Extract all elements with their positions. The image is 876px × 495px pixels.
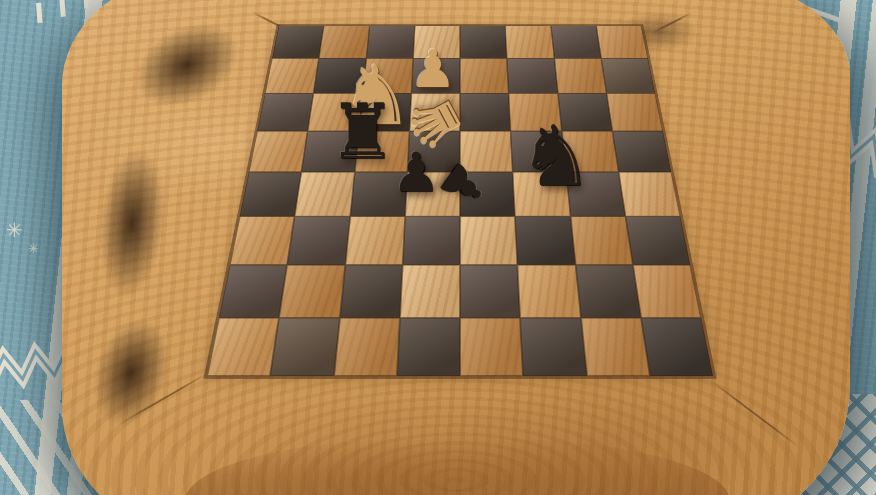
square-g7[interactable] xyxy=(554,58,606,93)
square-h5[interactable] xyxy=(612,131,671,172)
square-a4[interactable] xyxy=(240,172,302,216)
square-e8[interactable] xyxy=(460,26,507,59)
square-b2[interactable] xyxy=(279,265,345,318)
square-f1[interactable] xyxy=(520,318,586,376)
square-e2[interactable] xyxy=(460,265,520,318)
square-d3[interactable] xyxy=(402,216,460,264)
square-d2[interactable] xyxy=(400,265,460,318)
square-h4[interactable] xyxy=(618,172,680,216)
square-c2[interactable] xyxy=(339,265,402,318)
rug-star-motif: ✳ xyxy=(28,242,39,255)
square-h8[interactable] xyxy=(596,26,648,59)
square-a3[interactable] xyxy=(230,216,295,264)
square-b1[interactable] xyxy=(270,318,339,376)
square-g8[interactable] xyxy=(551,26,601,59)
piece-black-pawn[interactable]: ♟ xyxy=(392,146,440,200)
square-e1[interactable] xyxy=(460,318,523,376)
square-e7[interactable] xyxy=(460,58,509,93)
square-b4[interactable] xyxy=(295,172,355,216)
square-f7[interactable] xyxy=(507,58,558,93)
square-f8[interactable] xyxy=(505,26,554,59)
square-a1[interactable] xyxy=(207,318,279,376)
square-h6[interactable] xyxy=(606,93,663,131)
square-h1[interactable] xyxy=(641,318,713,376)
piece-black-knight[interactable]: ♞ xyxy=(518,114,593,198)
square-c3[interactable] xyxy=(345,216,405,264)
square-a8[interactable] xyxy=(272,26,324,59)
square-a2[interactable] xyxy=(219,265,287,318)
photo-scene: ✳ ✳ ♟♞♛♜♟♟♞ xyxy=(0,0,876,495)
square-g1[interactable] xyxy=(581,318,650,376)
square-a6[interactable] xyxy=(257,93,314,131)
square-h3[interactable] xyxy=(625,216,690,264)
square-c1[interactable] xyxy=(334,318,400,376)
square-g2[interactable] xyxy=(575,265,641,318)
square-d1[interactable] xyxy=(397,318,460,376)
square-a7[interactable] xyxy=(265,58,319,93)
square-f2[interactable] xyxy=(518,265,581,318)
square-f3[interactable] xyxy=(515,216,575,264)
square-e3[interactable] xyxy=(460,216,518,264)
square-h7[interactable] xyxy=(601,58,655,93)
square-b3[interactable] xyxy=(287,216,350,264)
square-h2[interactable] xyxy=(633,265,701,318)
piece-black-rook[interactable]: ♜ xyxy=(328,94,396,170)
square-a5[interactable] xyxy=(249,131,308,172)
rug-star-motif: ✳ xyxy=(6,220,23,240)
square-g3[interactable] xyxy=(570,216,633,264)
